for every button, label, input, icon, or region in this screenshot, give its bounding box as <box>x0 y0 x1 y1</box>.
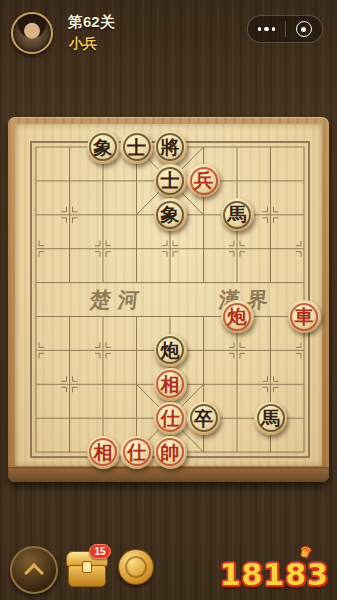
piece-black-advisor[interactable]: 士 <box>154 164 187 197</box>
top-bar: 第62关 小兵 <box>0 0 337 60</box>
piece-black-soldier[interactable]: 卒 <box>187 402 220 435</box>
piece-glyph: 卒 <box>194 402 213 435</box>
watermark: 18183 ♛ <box>220 557 329 592</box>
ellipsis-icon <box>272 27 276 31</box>
river-label-left: 楚河 <box>62 286 175 314</box>
ellipsis-icon <box>258 27 262 31</box>
chest-button[interactable]: 15 <box>63 547 109 591</box>
piece-black-horse[interactable]: 馬 <box>221 198 254 231</box>
piece-red-advisor[interactable]: 仕 <box>154 402 187 435</box>
chest-lock-icon <box>82 561 92 573</box>
piece-glyph: 帥 <box>161 436 180 469</box>
piece-glyph: 兵 <box>194 164 213 197</box>
piece-red-elephant[interactable]: 相 <box>87 436 120 469</box>
piece-glyph: 象 <box>94 131 113 164</box>
exit-button[interactable] <box>286 16 323 42</box>
ellipsis-icon <box>264 27 269 32</box>
piece-glyph: 馬 <box>261 402 280 435</box>
piece-glyph: 相 <box>94 436 113 469</box>
medal-button[interactable] <box>118 549 156 589</box>
piece-red-general[interactable]: 帥 <box>154 436 187 469</box>
piece-black-elephant[interactable]: 象 <box>154 198 187 231</box>
count-badge: 15 <box>89 544 111 559</box>
piece-glyph: 馬 <box>228 198 247 231</box>
piece-red-chariot[interactable]: 車 <box>288 300 321 333</box>
piece-glyph: 相 <box>161 368 180 401</box>
piece-glyph: 象 <box>161 198 180 231</box>
piece-black-general[interactable]: 將 <box>154 131 187 164</box>
level-subtitle: 小兵 <box>69 35 97 53</box>
piece-glyph: 仕 <box>127 436 146 469</box>
piece-glyph: 炮 <box>161 334 180 367</box>
piece-black-horse[interactable]: 馬 <box>254 402 287 435</box>
piece-glyph: 車 <box>295 300 314 333</box>
piece-black-elephant[interactable]: 象 <box>87 131 120 164</box>
xiangqi-board[interactable]: 楚河 漢界 象士將士兵象馬炮車炮相仕卒馬相仕帥 <box>15 124 322 466</box>
wechat-capsule <box>247 15 323 43</box>
piece-glyph: 仕 <box>161 402 180 435</box>
piece-red-cannon[interactable]: 炮 <box>221 300 254 333</box>
piece-glyph: 將 <box>161 131 180 164</box>
piece-glyph: 炮 <box>228 300 247 333</box>
piece-glyph: 士 <box>161 164 180 197</box>
piece-black-cannon[interactable]: 炮 <box>154 334 187 367</box>
gold-medal-icon <box>118 549 154 585</box>
board-frame: 楚河 漢界 象士將士兵象馬炮車炮相仕卒馬相仕帥 <box>8 117 329 482</box>
piece-red-elephant[interactable]: 相 <box>154 368 187 401</box>
expand-button[interactable] <box>10 546 58 594</box>
avatar[interactable] <box>11 12 53 54</box>
target-icon <box>296 21 312 37</box>
piece-red-advisor[interactable]: 仕 <box>120 436 153 469</box>
chevron-up-icon <box>24 563 44 583</box>
piece-glyph: 士 <box>127 131 146 164</box>
piece-black-advisor[interactable]: 士 <box>120 131 153 164</box>
level-title: 第62关 <box>68 13 115 32</box>
more-options-button[interactable] <box>248 16 285 42</box>
